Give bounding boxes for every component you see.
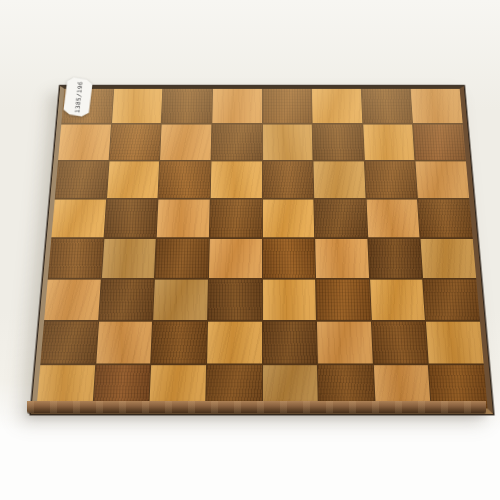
lot-label-sticker: 1385/196 [63,77,93,118]
square-e3[interactable] [262,280,316,320]
square-g3[interactable] [370,280,425,320]
square-e8[interactable] [262,89,311,123]
square-g5[interactable] [366,200,419,238]
square-e5[interactable] [262,200,314,238]
square-f6[interactable] [314,161,366,198]
square-d2[interactable] [207,322,262,364]
square-b5[interactable] [104,200,157,238]
square-b2[interactable] [96,322,152,364]
square-b7[interactable] [109,125,161,160]
square-h2[interactable] [426,322,483,364]
square-c7[interactable] [160,125,211,160]
square-a4[interactable] [48,239,103,278]
square-h6[interactable] [416,161,469,198]
square-e7[interactable] [262,125,312,160]
square-g2[interactable] [372,322,428,364]
square-h3[interactable] [424,280,480,320]
auction-photo-scene: 1385/196 [0,0,500,500]
square-a2[interactable] [40,322,97,364]
square-d5[interactable] [210,200,262,238]
square-h4[interactable] [421,239,476,278]
square-g4[interactable] [368,239,422,278]
square-e6[interactable] [262,161,313,198]
square-c3[interactable] [153,280,207,320]
square-h7[interactable] [413,125,465,160]
square-c8[interactable] [162,89,212,123]
square-d8[interactable] [212,89,261,123]
square-g8[interactable] [361,89,412,123]
square-b6[interactable] [107,161,160,198]
board-squares [36,89,487,409]
square-f3[interactable] [316,280,370,320]
square-b8[interactable] [112,89,163,123]
square-f8[interactable] [312,89,362,123]
square-e2[interactable] [262,322,317,364]
square-d4[interactable] [209,239,262,278]
square-d3[interactable] [208,280,262,320]
square-d7[interactable] [211,125,261,160]
square-a6[interactable] [55,161,108,198]
square-e4[interactable] [262,239,315,278]
board-front-edge [27,401,486,413]
square-f4[interactable] [315,239,369,278]
square-c2[interactable] [151,322,206,364]
square-h5[interactable] [418,200,472,238]
square-f5[interactable] [314,200,367,238]
square-c5[interactable] [157,200,210,238]
square-b3[interactable] [99,280,154,320]
square-h8[interactable] [411,89,463,123]
chess-board [31,86,493,414]
square-c4[interactable] [155,239,209,278]
square-a5[interactable] [51,200,105,238]
square-a3[interactable] [44,280,100,320]
square-g6[interactable] [365,161,418,198]
square-a7[interactable] [58,125,110,160]
square-d6[interactable] [211,161,262,198]
square-f2[interactable] [317,322,372,364]
square-f7[interactable] [313,125,364,160]
square-g7[interactable] [363,125,415,160]
square-c6[interactable] [159,161,211,198]
square-b4[interactable] [102,239,156,278]
